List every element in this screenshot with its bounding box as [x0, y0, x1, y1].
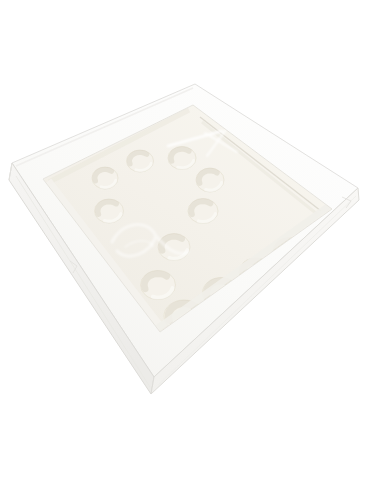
product-photo	[0, 0, 381, 492]
cupcake-box-illustration	[0, 0, 381, 492]
